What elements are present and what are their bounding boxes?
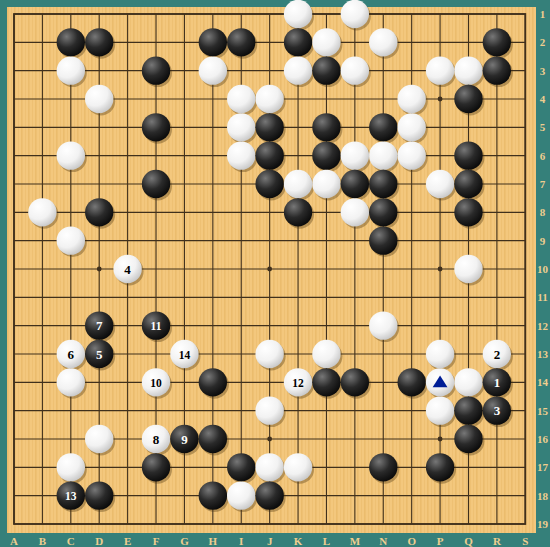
black-stone-I2[interactable]: [227, 28, 255, 56]
black-stone-N17[interactable]: [369, 453, 397, 481]
white-stone-Q14[interactable]: [454, 368, 482, 396]
white-stone-M6[interactable]: [341, 141, 369, 169]
row-label-17: 17: [537, 461, 549, 473]
column-label-H: H: [209, 535, 218, 547]
column-label-B: B: [39, 535, 47, 547]
white-stone-K17[interactable]: [284, 453, 312, 481]
black-stone-Q4[interactable]: [454, 85, 482, 113]
black-stone-R2[interactable]: [483, 28, 511, 56]
white-stone-Q3[interactable]: [454, 56, 482, 84]
column-label-N: N: [379, 535, 387, 547]
white-stone-M1[interactable]: [341, 0, 369, 28]
row-label-2: 2: [540, 36, 546, 48]
black-stone-D2[interactable]: [85, 28, 113, 56]
move-number-2: 2: [494, 347, 501, 362]
black-stone-I17[interactable]: [227, 453, 255, 481]
black-stone-K2[interactable]: [284, 28, 312, 56]
row-label-6: 6: [540, 150, 546, 162]
black-stone-Q7[interactable]: [454, 170, 482, 198]
column-label-Q: Q: [464, 535, 473, 547]
black-stone-F17[interactable]: [142, 453, 170, 481]
white-stone-I18[interactable]: [227, 481, 255, 509]
column-label-C: C: [67, 535, 75, 547]
white-stone-P7[interactable]: [426, 170, 454, 198]
black-stone-D8[interactable]: [85, 198, 113, 226]
white-stone-C14[interactable]: [57, 368, 85, 396]
black-stone-H16[interactable]: [199, 425, 227, 453]
column-label-I: I: [239, 535, 243, 547]
column-label-P: P: [437, 535, 444, 547]
white-stone-H3[interactable]: [199, 56, 227, 84]
white-stone-N6[interactable]: [369, 141, 397, 169]
white-stone-L13[interactable]: [312, 340, 340, 368]
column-label-D: D: [95, 535, 103, 547]
black-stone-H2[interactable]: [199, 28, 227, 56]
black-stone-N5[interactable]: [369, 113, 397, 141]
column-label-G: G: [180, 535, 189, 547]
column-label-L: L: [323, 535, 330, 547]
black-stone-R3[interactable]: [483, 56, 511, 84]
white-stone-O6[interactable]: [397, 141, 425, 169]
move-number-13: 13: [65, 490, 77, 502]
row-label-19: 19: [537, 518, 549, 530]
move-number-6: 6: [68, 347, 75, 362]
black-stone-L6[interactable]: [312, 141, 340, 169]
row-label-13: 13: [537, 348, 549, 360]
white-stone-K3[interactable]: [284, 56, 312, 84]
go-game-window: ABCDEFGHIJKLMNOPQRS123456789101112131415…: [0, 0, 550, 547]
white-stone-O5[interactable]: [397, 113, 425, 141]
column-label-S: S: [522, 535, 528, 547]
white-stone-P15[interactable]: [426, 396, 454, 424]
white-stone-J13[interactable]: [255, 340, 283, 368]
black-stone-M7[interactable]: [341, 170, 369, 198]
black-stone-Q16[interactable]: [454, 425, 482, 453]
white-stone-C6[interactable]: [57, 141, 85, 169]
move-number-14: 14: [179, 349, 191, 361]
black-stone-N9[interactable]: [369, 226, 397, 254]
white-stone-D4[interactable]: [85, 85, 113, 113]
column-label-J: J: [267, 535, 273, 547]
white-stone-I6[interactable]: [227, 141, 255, 169]
white-stone-D16[interactable]: [85, 425, 113, 453]
row-label-15: 15: [537, 405, 549, 417]
black-stone-D18[interactable]: [85, 481, 113, 509]
black-stone-M14[interactable]: [341, 368, 369, 396]
black-stone-F7[interactable]: [142, 170, 170, 198]
row-label-12: 12: [537, 320, 549, 332]
row-label-4: 4: [540, 93, 546, 105]
white-stone-L2[interactable]: [312, 28, 340, 56]
column-label-K: K: [294, 535, 303, 547]
row-label-8: 8: [540, 206, 546, 218]
white-stone-P13[interactable]: [426, 340, 454, 368]
black-stone-H14[interactable]: [199, 368, 227, 396]
black-stone-Q15[interactable]: [454, 396, 482, 424]
white-stone-K1[interactable]: [284, 0, 312, 28]
column-label-R: R: [493, 535, 502, 547]
row-label-18: 18: [537, 490, 549, 502]
black-stone-J5[interactable]: [255, 113, 283, 141]
row-label-9: 9: [540, 235, 546, 247]
white-stone-J4[interactable]: [255, 85, 283, 113]
move-number-10: 10: [150, 377, 162, 389]
black-stone-L5[interactable]: [312, 113, 340, 141]
black-stone-J18[interactable]: [255, 481, 283, 509]
black-stone-J6[interactable]: [255, 141, 283, 169]
black-stone-F5[interactable]: [142, 113, 170, 141]
column-label-A: A: [10, 535, 18, 547]
white-stone-I5[interactable]: [227, 113, 255, 141]
white-stone-J17[interactable]: [255, 453, 283, 481]
column-label-M: M: [350, 535, 361, 547]
row-label-1: 1: [540, 8, 546, 20]
black-stone-H18[interactable]: [199, 481, 227, 509]
column-label-F: F: [153, 535, 160, 547]
row-label-10: 10: [537, 263, 549, 275]
white-stone-N12[interactable]: [369, 311, 397, 339]
column-label-E: E: [124, 535, 131, 547]
black-stone-L14[interactable]: [312, 368, 340, 396]
move-number-4: 4: [124, 262, 131, 277]
black-stone-Q6[interactable]: [454, 141, 482, 169]
black-stone-Q8[interactable]: [454, 198, 482, 226]
move-number-5: 5: [96, 347, 103, 362]
black-stone-J7[interactable]: [255, 170, 283, 198]
row-label-16: 16: [537, 433, 549, 445]
go-board[interactable]: ABCDEFGHIJKLMNOPQRS123456789101112131415…: [0, 0, 550, 547]
white-stone-J15[interactable]: [255, 396, 283, 424]
white-stone-M8[interactable]: [341, 198, 369, 226]
white-stone-K7[interactable]: [284, 170, 312, 198]
white-stone-C9[interactable]: [57, 226, 85, 254]
black-stone-K8[interactable]: [284, 198, 312, 226]
black-stone-L3[interactable]: [312, 56, 340, 84]
move-number-9: 9: [181, 432, 188, 447]
column-label-O: O: [407, 535, 416, 547]
white-stone-L7[interactable]: [312, 170, 340, 198]
black-stone-F3[interactable]: [142, 56, 170, 84]
white-stone-I4[interactable]: [227, 85, 255, 113]
move-number-12: 12: [292, 377, 304, 389]
row-label-5: 5: [540, 121, 546, 133]
row-label-3: 3: [540, 65, 546, 77]
row-label-14: 14: [537, 376, 549, 388]
white-stone-M3[interactable]: [341, 56, 369, 84]
white-stone-N2[interactable]: [369, 28, 397, 56]
white-stone-C3[interactable]: [57, 56, 85, 84]
white-stone-C17[interactable]: [57, 453, 85, 481]
move-number-7: 7: [96, 318, 103, 333]
black-stone-N7[interactable]: [369, 170, 397, 198]
move-number-1: 1: [494, 375, 501, 390]
row-label-7: 7: [540, 178, 546, 190]
white-stone-O4[interactable]: [397, 85, 425, 113]
row-label-11: 11: [537, 291, 547, 303]
black-stone-P17[interactable]: [426, 453, 454, 481]
move-number-11: 11: [151, 320, 162, 332]
white-stone-P3[interactable]: [426, 56, 454, 84]
move-number-8: 8: [153, 432, 160, 447]
move-number-3: 3: [494, 403, 501, 418]
white-stone-B8[interactable]: [28, 198, 56, 226]
black-stone-C2[interactable]: [57, 28, 85, 56]
white-stone-Q10[interactable]: [454, 255, 482, 283]
black-stone-O14[interactable]: [397, 368, 425, 396]
black-stone-N8[interactable]: [369, 198, 397, 226]
